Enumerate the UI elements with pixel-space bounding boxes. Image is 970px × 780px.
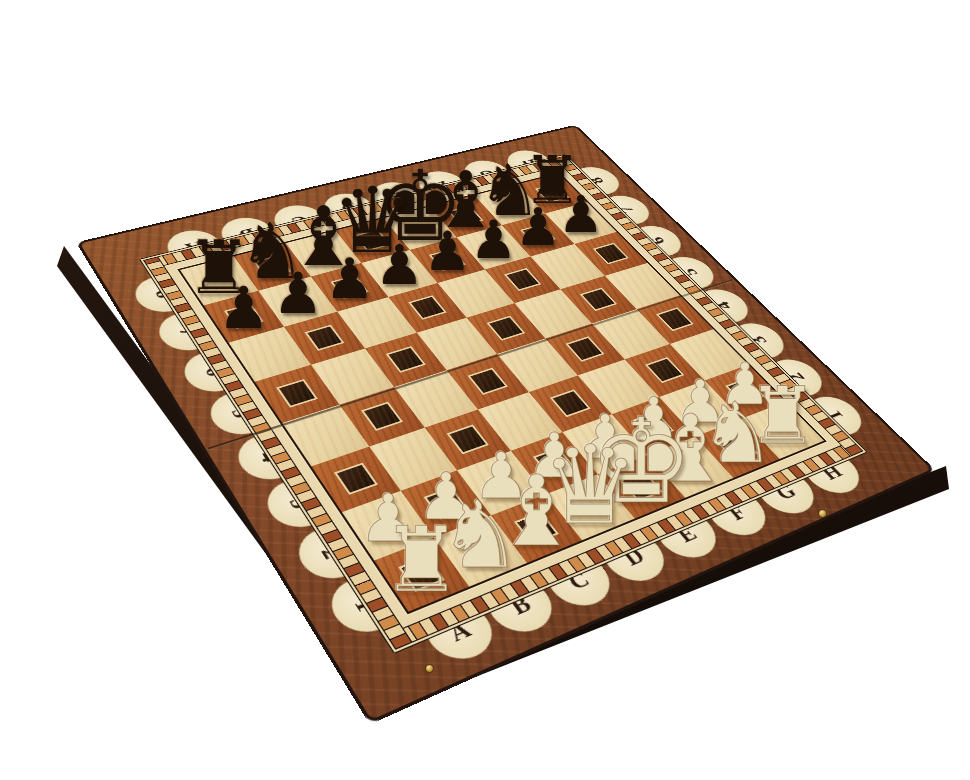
chess-set-photo: ABCDEFGHABCDEFGH8765432187654321 ♜♞♝♛♚♝♞… <box>0 0 970 780</box>
chess-board: ABCDEFGHABCDEFGH8765432187654321 <box>76 125 936 725</box>
brass-pin <box>425 664 434 673</box>
brass-pin <box>818 509 827 518</box>
board-face-wood-rim: ABCDEFGHABCDEFGH8765432187654321 <box>76 125 936 725</box>
